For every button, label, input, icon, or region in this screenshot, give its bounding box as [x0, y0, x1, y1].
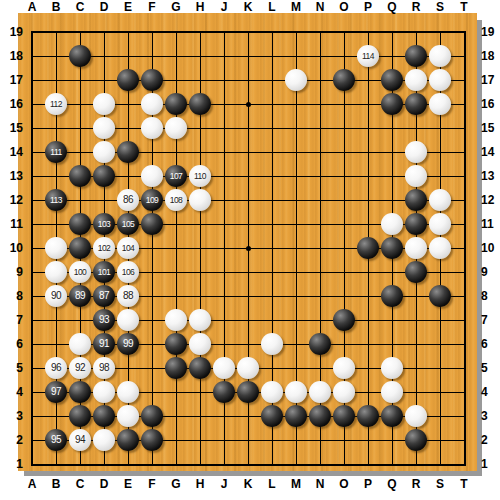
row-label-right: 6 — [481, 337, 500, 351]
go-stone-white-d10[interactable]: 102 — [93, 237, 115, 259]
go-stone-black-j4[interactable] — [213, 381, 235, 403]
go-stone-black-d6[interactable]: 91 — [93, 333, 115, 355]
go-stone-white-r10[interactable] — [405, 237, 427, 259]
column-label-bottom: T — [452, 477, 476, 491]
column-label-bottom: R — [404, 477, 428, 491]
go-stone-white-s12[interactable] — [429, 189, 451, 211]
go-stone-white-r17[interactable] — [405, 69, 427, 91]
go-stone-white-b10[interactable] — [45, 237, 67, 259]
column-label-bottom: Q — [380, 477, 404, 491]
row-label-left: 18 — [0, 49, 23, 63]
go-stone-black-n3[interactable] — [309, 405, 331, 427]
go-stone-black-r2[interactable] — [405, 429, 427, 451]
go-stone-white-h7[interactable] — [189, 309, 211, 331]
go-stone-black-m3[interactable] — [285, 405, 307, 427]
row-label-right: 17 — [481, 73, 500, 87]
column-label-bottom: C — [68, 477, 92, 491]
go-stone-white-o4[interactable] — [333, 381, 355, 403]
row-label-right: 12 — [481, 193, 500, 207]
go-stone-black-p3[interactable] — [357, 405, 379, 427]
row-label-left: 7 — [0, 313, 23, 327]
row-label-right: 4 — [481, 385, 500, 399]
go-stone-white-f15[interactable] — [141, 117, 163, 139]
go-stone-black-g5[interactable] — [165, 357, 187, 379]
go-stone-black-f12[interactable]: 109 — [141, 189, 163, 211]
row-label-right: 13 — [481, 169, 500, 183]
go-stone-white-d15[interactable] — [93, 117, 115, 139]
column-label-top: C — [68, 0, 92, 14]
go-stone-white-c2[interactable]: 94 — [69, 429, 91, 451]
go-stone-black-f11[interactable] — [141, 213, 163, 235]
go-stone-black-c3[interactable] — [69, 405, 91, 427]
row-label-left: 14 — [0, 145, 23, 159]
go-stone-black-b4[interactable]: 97 — [45, 381, 67, 403]
move-number: 113 — [50, 189, 62, 211]
go-stone-black-e6[interactable]: 99 — [117, 333, 139, 355]
column-label-bottom: N — [308, 477, 332, 491]
column-label-bottom: P — [356, 477, 380, 491]
move-number: 98 — [99, 357, 109, 379]
go-stone-white-s10[interactable] — [429, 237, 451, 259]
go-stone-black-f2[interactable] — [141, 429, 163, 451]
go-stone-white-f13[interactable] — [141, 165, 163, 187]
go-stone-white-r3[interactable] — [405, 405, 427, 427]
column-label-bottom: G — [164, 477, 188, 491]
go-stone-white-e8[interactable]: 88 — [117, 285, 139, 307]
go-stone-black-d11[interactable]: 103 — [93, 213, 115, 235]
go-stone-black-q17[interactable] — [381, 69, 403, 91]
row-label-left: 10 — [0, 241, 23, 255]
row-label-right: 16 — [481, 97, 500, 111]
column-label-top: D — [92, 0, 116, 14]
column-label-top: H — [188, 0, 212, 14]
go-stone-white-q5[interactable] — [381, 357, 403, 379]
row-label-left: 5 — [0, 361, 23, 375]
move-number: 106 — [122, 261, 135, 283]
column-label-top: M — [284, 0, 308, 14]
go-stone-white-d14[interactable] — [93, 141, 115, 163]
column-label-top: B — [44, 0, 68, 14]
go-stone-white-p18[interactable]: 114 — [357, 45, 379, 67]
move-number: 95 — [51, 429, 61, 451]
column-label-top: K — [236, 0, 260, 14]
go-stone-white-g15[interactable] — [165, 117, 187, 139]
go-stone-white-e4[interactable] — [117, 381, 139, 403]
go-stone-white-s16[interactable] — [429, 93, 451, 115]
go-stone-black-c10[interactable] — [69, 237, 91, 259]
go-stone-black-r18[interactable] — [405, 45, 427, 67]
row-label-left: 15 — [0, 121, 23, 135]
go-stone-black-f17[interactable] — [141, 69, 163, 91]
go-stone-white-s17[interactable] — [429, 69, 451, 91]
go-stone-white-d16[interactable] — [93, 93, 115, 115]
column-label-top: R — [404, 0, 428, 14]
move-number: 89 — [75, 285, 85, 307]
move-number: 108 — [170, 189, 183, 211]
go-stone-white-d4[interactable] — [93, 381, 115, 403]
move-number: 88 — [123, 285, 133, 307]
row-label-left: 11 — [0, 217, 23, 231]
row-label-right: 11 — [481, 217, 500, 231]
go-stone-white-r14[interactable] — [405, 141, 427, 163]
go-stone-white-m4[interactable] — [285, 381, 307, 403]
row-label-right: 15 — [481, 121, 500, 135]
column-label-bottom: D — [92, 477, 116, 491]
move-number: 107 — [170, 165, 183, 187]
go-stone-black-f3[interactable] — [141, 405, 163, 427]
move-number: 105 — [122, 213, 135, 235]
go-stone-black-k4[interactable] — [237, 381, 259, 403]
row-label-right: 14 — [481, 145, 500, 159]
row-label-left: 13 — [0, 169, 23, 183]
go-stone-white-g7[interactable] — [165, 309, 187, 331]
column-label-bottom: E — [116, 477, 140, 491]
go-stone-black-c18[interactable] — [69, 45, 91, 67]
go-stone-black-s8[interactable] — [429, 285, 451, 307]
go-stone-white-c5[interactable]: 92 — [69, 357, 91, 379]
row-label-right: 18 — [481, 49, 500, 63]
column-label-bottom: M — [284, 477, 308, 491]
row-label-left: 2 — [0, 433, 23, 447]
go-stone-black-q10[interactable] — [381, 237, 403, 259]
move-number: 112 — [50, 93, 62, 115]
go-stone-black-d8[interactable]: 87 — [93, 285, 115, 307]
go-stone-white-q4[interactable] — [381, 381, 403, 403]
row-label-left: 6 — [0, 337, 23, 351]
go-stone-black-r9[interactable] — [405, 261, 427, 283]
column-label-bottom: F — [140, 477, 164, 491]
go-board-page: AA1919BB1818CC1717DD1616EE1515FF1414GG13… — [0, 0, 500, 500]
move-number: 90 — [51, 285, 61, 307]
row-label-right: 7 — [481, 313, 500, 327]
go-stone-black-c11[interactable] — [69, 213, 91, 235]
go-stone-black-e17[interactable] — [117, 69, 139, 91]
go-stone-black-r16[interactable] — [405, 93, 427, 115]
column-label-top: T — [452, 0, 476, 14]
go-stone-white-g12[interactable]: 108 — [165, 189, 187, 211]
column-label-top: O — [332, 0, 356, 14]
move-number: 87 — [99, 285, 109, 307]
go-stone-black-p10[interactable] — [357, 237, 379, 259]
go-stone-black-r11[interactable] — [405, 213, 427, 235]
column-label-top: S — [428, 0, 452, 14]
move-number: 102 — [98, 237, 111, 259]
row-label-right: 10 — [481, 241, 500, 255]
column-label-bottom: O — [332, 477, 356, 491]
go-stone-black-b2[interactable]: 95 — [45, 429, 67, 451]
row-label-right: 2 — [481, 433, 500, 447]
move-number: 101 — [98, 261, 111, 283]
go-stone-black-d7[interactable]: 93 — [93, 309, 115, 331]
go-stone-white-d5[interactable]: 98 — [93, 357, 115, 379]
column-label-top: Q — [380, 0, 404, 14]
go-stone-black-n6[interactable] — [309, 333, 331, 355]
go-stone-black-q16[interactable] — [381, 93, 403, 115]
row-label-left: 8 — [0, 289, 23, 303]
go-stone-black-g13[interactable]: 107 — [165, 165, 187, 187]
move-number: 96 — [51, 357, 61, 379]
column-label-top: E — [116, 0, 140, 14]
column-label-top: L — [260, 0, 284, 14]
move-number: 104 — [122, 237, 135, 259]
move-number: 111 — [50, 141, 61, 163]
go-stone-white-b9[interactable] — [45, 261, 67, 283]
row-label-left: 9 — [0, 265, 23, 279]
move-number: 91 — [99, 333, 109, 355]
move-number: 93 — [99, 309, 109, 331]
move-number: 97 — [51, 381, 61, 403]
row-label-right: 19 — [481, 25, 500, 39]
go-stone-white-m17[interactable] — [285, 69, 307, 91]
go-stone-white-b16[interactable]: 112 — [45, 93, 67, 115]
row-label-left: 1 — [0, 457, 23, 471]
column-label-bottom: B — [44, 477, 68, 491]
go-stone-white-e12[interactable]: 86 — [117, 189, 139, 211]
column-label-bottom: J — [212, 477, 236, 491]
row-label-right: 1 — [481, 457, 500, 471]
row-label-left: 4 — [0, 385, 23, 399]
go-stone-white-e9[interactable]: 106 — [117, 261, 139, 283]
row-label-left: 3 — [0, 409, 23, 423]
board-shadow-bottom — [24, 471, 482, 476]
go-stone-black-d3[interactable] — [93, 405, 115, 427]
go-stone-black-l3[interactable] — [261, 405, 283, 427]
go-stone-white-r13[interactable] — [405, 165, 427, 187]
go-stone-black-c13[interactable] — [69, 165, 91, 187]
go-stone-black-o3[interactable] — [333, 405, 355, 427]
go-stone-white-f16[interactable] — [141, 93, 163, 115]
go-stone-white-e3[interactable] — [117, 405, 139, 427]
go-stone-white-l4[interactable] — [261, 381, 283, 403]
go-stone-white-h12[interactable] — [189, 189, 211, 211]
go-stone-black-d13[interactable] — [93, 165, 115, 187]
go-stone-white-h6[interactable] — [189, 333, 211, 355]
go-stone-white-l6[interactable] — [261, 333, 283, 355]
go-stone-black-e11[interactable]: 105 — [117, 213, 139, 235]
move-number: 99 — [123, 333, 133, 355]
move-number: 114 — [362, 45, 374, 67]
go-stone-black-h5[interactable] — [189, 357, 211, 379]
go-stone-white-s11[interactable] — [429, 213, 451, 235]
move-number: 100 — [74, 261, 87, 283]
row-label-left: 16 — [0, 97, 23, 111]
go-stone-black-c8[interactable]: 89 — [69, 285, 91, 307]
go-stone-white-n4[interactable] — [309, 381, 331, 403]
column-label-bottom: H — [188, 477, 212, 491]
column-label-top: G — [164, 0, 188, 14]
go-stone-white-q11[interactable] — [381, 213, 403, 235]
row-label-right: 3 — [481, 409, 500, 423]
star-point — [246, 246, 251, 251]
star-point — [246, 102, 251, 107]
go-stone-white-h13[interactable]: 110 — [189, 165, 211, 187]
column-label-top: J — [212, 0, 236, 14]
go-stone-black-o17[interactable] — [333, 69, 355, 91]
move-number: 110 — [194, 165, 206, 187]
column-label-bottom: L — [260, 477, 284, 491]
row-label-left: 19 — [0, 25, 23, 39]
go-stone-black-q3[interactable] — [381, 405, 403, 427]
go-stone-black-e14[interactable] — [117, 141, 139, 163]
move-number: 109 — [146, 189, 159, 211]
go-stone-black-r12[interactable] — [405, 189, 427, 211]
column-label-top: F — [140, 0, 164, 14]
go-stone-white-k5[interactable] — [237, 357, 259, 379]
go-stone-black-q8[interactable] — [381, 285, 403, 307]
go-stone-black-h16[interactable] — [189, 93, 211, 115]
go-stone-white-e10[interactable]: 104 — [117, 237, 139, 259]
move-number: 103 — [98, 213, 111, 235]
go-stone-black-e2[interactable] — [117, 429, 139, 451]
row-label-right: 8 — [481, 289, 500, 303]
go-stone-white-c6[interactable] — [69, 333, 91, 355]
row-label-left: 17 — [0, 73, 23, 87]
row-label-right: 5 — [481, 361, 500, 375]
go-stone-white-d2[interactable] — [93, 429, 115, 451]
column-label-bottom: K — [236, 477, 260, 491]
go-stone-black-o7[interactable] — [333, 309, 355, 331]
go-stone-black-b14[interactable]: 111 — [45, 141, 67, 163]
column-label-top: A — [20, 0, 44, 14]
go-stone-black-d9[interactable]: 101 — [93, 261, 115, 283]
column-label-bottom: A — [20, 477, 44, 491]
go-stone-white-s18[interactable] — [429, 45, 451, 67]
move-number: 94 — [75, 429, 85, 451]
column-label-top: N — [308, 0, 332, 14]
move-number: 92 — [75, 357, 85, 379]
go-stone-black-g6[interactable] — [165, 333, 187, 355]
go-stone-black-c4[interactable] — [69, 381, 91, 403]
move-number: 86 — [123, 189, 133, 211]
go-stone-white-j5[interactable] — [213, 357, 235, 379]
go-stone-black-g16[interactable] — [165, 93, 187, 115]
go-stone-white-c9[interactable]: 100 — [69, 261, 91, 283]
go-stone-white-b8[interactable]: 90 — [45, 285, 67, 307]
go-stone-white-o5[interactable] — [333, 357, 355, 379]
row-label-right: 9 — [481, 265, 500, 279]
column-label-top: P — [356, 0, 380, 14]
go-stone-black-b12[interactable]: 113 — [45, 189, 67, 211]
go-stone-white-e7[interactable] — [117, 309, 139, 331]
go-stone-white-b5[interactable]: 96 — [45, 357, 67, 379]
column-label-bottom: S — [428, 477, 452, 491]
row-label-left: 12 — [0, 193, 23, 207]
